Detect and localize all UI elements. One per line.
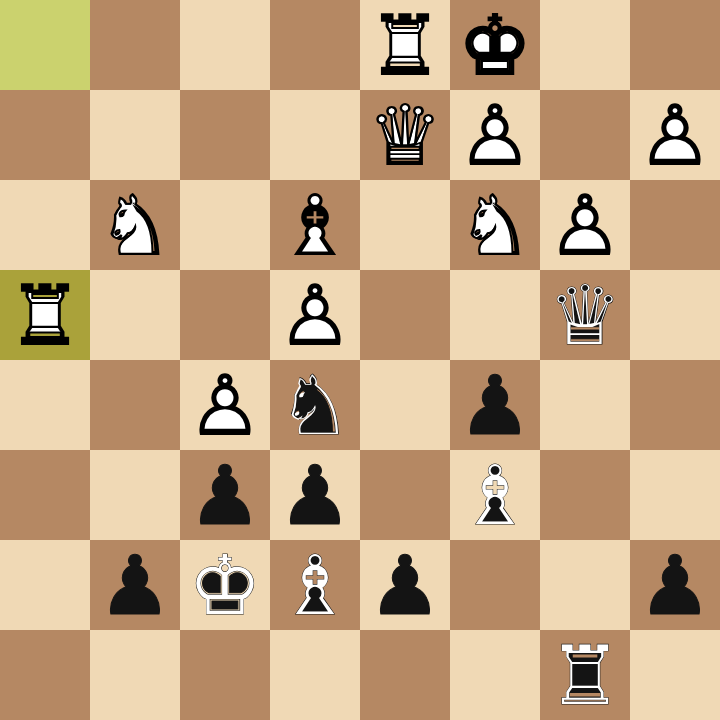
square-a8[interactable] [0,0,90,90]
square-b1[interactable] [90,630,180,720]
square-d7[interactable] [270,90,360,180]
square-e6[interactable] [360,180,450,270]
piece-white-pawn[interactable]: ♟♙ [450,90,540,180]
white-pawn-fill-glyph: ♟ [270,271,360,361]
white-knight-fill-glyph: ♞ [450,181,540,271]
piece-black-pawn[interactable]: ♟ [90,540,180,630]
white-rook-outline-glyph: ♖ [360,1,450,91]
square-b2[interactable]: ♟ [90,540,180,630]
square-d3[interactable]: ♟ [270,450,360,540]
square-f4[interactable]: ♟ [450,360,540,450]
black-pawn-fill-glyph: ♟ [180,451,270,541]
piece-black-pawn[interactable]: ♟ [360,540,450,630]
white-pawn-outline-glyph: ♙ [180,361,270,451]
square-e4[interactable] [360,360,450,450]
square-h6[interactable] [630,180,720,270]
piece-white-knight[interactable]: ♞♘ [450,180,540,270]
piece-white-pawn[interactable]: ♟♙ [540,180,630,270]
black-bishop-fill-glyph: ♝ [450,451,540,541]
square-b6[interactable]: ♞♘ [90,180,180,270]
piece-black-pawn[interactable]: ♟ [450,360,540,450]
square-g1[interactable]: ♜♖ [540,630,630,720]
square-a4[interactable] [0,360,90,450]
black-rook-fill-glyph: ♜ [540,631,630,720]
square-a5[interactable]: ♜♖ [0,270,90,360]
square-a3[interactable] [0,450,90,540]
square-d2[interactable]: ♝♗ [270,540,360,630]
piece-white-rook[interactable]: ♜♖ [0,270,90,360]
square-d4[interactable]: ♞♘ [270,360,360,450]
black-king-fill-glyph: ♚ [180,541,270,631]
black-king-outline-glyph: ♔ [180,541,270,631]
square-f5[interactable] [450,270,540,360]
square-f2[interactable] [450,540,540,630]
black-bishop-fill-glyph: ♝ [270,541,360,631]
piece-black-bishop[interactable]: ♝♗ [270,540,360,630]
square-h4[interactable] [630,360,720,450]
piece-black-king[interactable]: ♚♔ [180,540,270,630]
square-g3[interactable] [540,450,630,540]
square-b5[interactable] [90,270,180,360]
black-knight-outline-glyph: ♘ [270,361,360,451]
piece-black-pawn[interactable]: ♟ [630,540,720,630]
square-b4[interactable] [90,360,180,450]
white-queen-fill-glyph: ♛ [360,91,450,181]
square-a2[interactable] [0,540,90,630]
piece-black-pawn[interactable]: ♟ [180,450,270,540]
square-a6[interactable] [0,180,90,270]
square-h7[interactable]: ♟♙ [630,90,720,180]
white-pawn-outline-glyph: ♙ [540,181,630,271]
black-rook-outline-glyph: ♖ [540,631,630,720]
square-c2[interactable]: ♚♔ [180,540,270,630]
piece-black-queen[interactable]: ♛♕ [540,270,630,360]
square-f6[interactable]: ♞♘ [450,180,540,270]
square-h8[interactable] [630,0,720,90]
square-d6[interactable]: ♝♗ [270,180,360,270]
black-bishop-outline-glyph: ♗ [450,451,540,541]
white-pawn-fill-glyph: ♟ [450,91,540,181]
square-b7[interactable] [90,90,180,180]
black-pawn-fill-glyph: ♟ [360,541,450,631]
piece-black-rook[interactable]: ♜♖ [540,630,630,720]
white-king-fill-glyph: ♚ [450,1,540,91]
piece-black-knight[interactable]: ♞♘ [270,360,360,450]
white-pawn-outline-glyph: ♙ [630,91,720,181]
square-d5[interactable]: ♟♙ [270,270,360,360]
white-rook-fill-glyph: ♜ [0,271,90,361]
square-e5[interactable] [360,270,450,360]
piece-white-pawn[interactable]: ♟♙ [630,90,720,180]
square-g8[interactable] [540,0,630,90]
square-h1[interactable] [630,630,720,720]
piece-white-king[interactable]: ♚♔ [450,0,540,90]
black-knight-fill-glyph: ♞ [270,361,360,451]
chess-board: ♜♖♚♔♛♕♟♙♟♙♞♘♝♗♞♘♟♙♜♖♟♙♛♕♟♙♞♘♟♟♟♝♗♟♚♔♝♗♟♟… [0,0,720,720]
square-f8[interactable]: ♚♔ [450,0,540,90]
black-queen-outline-glyph: ♕ [540,271,630,361]
black-bishop-outline-glyph: ♗ [270,541,360,631]
black-pawn-fill-glyph: ♟ [270,451,360,541]
square-f7[interactable]: ♟♙ [450,90,540,180]
square-e8[interactable]: ♜♖ [360,0,450,90]
white-pawn-fill-glyph: ♟ [180,361,270,451]
square-e1[interactable] [360,630,450,720]
square-a1[interactable] [0,630,90,720]
white-pawn-fill-glyph: ♟ [540,181,630,271]
white-pawn-outline-glyph: ♙ [450,91,540,181]
piece-white-rook[interactable]: ♜♖ [360,0,450,90]
square-g2[interactable] [540,540,630,630]
white-knight-outline-glyph: ♘ [450,181,540,271]
piece-white-pawn[interactable]: ♟♙ [270,270,360,360]
white-queen-outline-glyph: ♕ [360,91,450,181]
black-pawn-fill-glyph: ♟ [450,361,540,451]
square-h2[interactable]: ♟ [630,540,720,630]
square-f1[interactable] [450,630,540,720]
square-e7[interactable]: ♛♕ [360,90,450,180]
white-bishop-fill-glyph: ♝ [270,181,360,271]
square-c4[interactable]: ♟♙ [180,360,270,450]
square-b3[interactable] [90,450,180,540]
white-king-outline-glyph: ♔ [450,1,540,91]
square-e2[interactable]: ♟ [360,540,450,630]
square-h3[interactable] [630,450,720,540]
square-e3[interactable] [360,450,450,540]
square-c7[interactable] [180,90,270,180]
square-a7[interactable] [0,90,90,180]
square-c8[interactable] [180,0,270,90]
square-c3[interactable]: ♟ [180,450,270,540]
square-g5[interactable]: ♛♕ [540,270,630,360]
white-pawn-fill-glyph: ♟ [630,91,720,181]
piece-white-pawn[interactable]: ♟♙ [180,360,270,450]
white-rook-outline-glyph: ♖ [0,271,90,361]
white-pawn-outline-glyph: ♙ [270,271,360,361]
square-g4[interactable] [540,360,630,450]
square-d8[interactable] [270,0,360,90]
white-rook-fill-glyph: ♜ [360,1,450,91]
piece-white-knight[interactable]: ♞♘ [90,180,180,270]
piece-black-pawn[interactable]: ♟ [270,450,360,540]
black-pawn-fill-glyph: ♟ [630,541,720,631]
square-d1[interactable] [270,630,360,720]
square-c5[interactable] [180,270,270,360]
square-g6[interactable]: ♟♙ [540,180,630,270]
piece-white-queen[interactable]: ♛♕ [360,90,450,180]
square-b8[interactable] [90,0,180,90]
square-c6[interactable] [180,180,270,270]
black-pawn-fill-glyph: ♟ [90,541,180,631]
white-bishop-outline-glyph: ♗ [270,181,360,271]
square-g7[interactable] [540,90,630,180]
white-knight-fill-glyph: ♞ [90,181,180,271]
black-queen-fill-glyph: ♛ [540,271,630,361]
piece-white-bishop[interactable]: ♝♗ [270,180,360,270]
white-knight-outline-glyph: ♘ [90,181,180,271]
square-f3[interactable]: ♝♗ [450,450,540,540]
piece-black-bishop[interactable]: ♝♗ [450,450,540,540]
square-h5[interactable] [630,270,720,360]
square-c1[interactable] [180,630,270,720]
